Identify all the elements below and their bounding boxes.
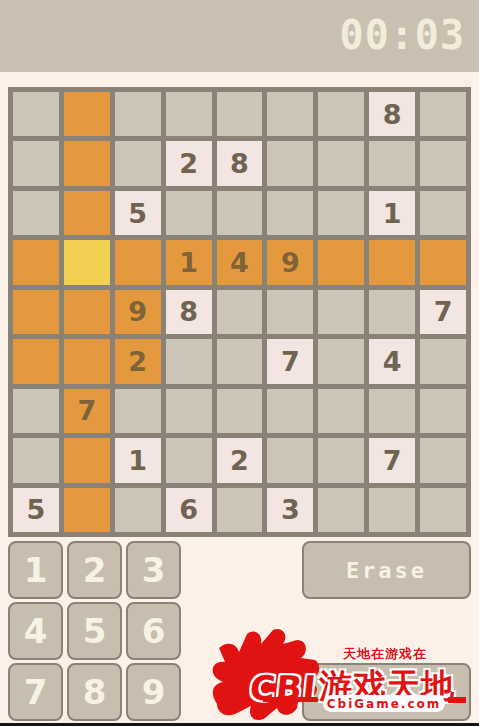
cell-r5c6[interactable]	[267, 290, 313, 334]
cell-r2c7[interactable]	[318, 141, 364, 185]
cell-r2c4[interactable]: 2	[166, 141, 212, 185]
cell-r2c8[interactable]	[369, 141, 415, 185]
cell-r9c1[interactable]: 5	[13, 488, 59, 532]
watermark-tagline: 天地在游戏在	[343, 645, 427, 663]
cell-r4c7[interactable]	[318, 240, 364, 284]
cell-r4c1[interactable]	[13, 240, 59, 284]
cell-r2c6[interactable]	[267, 141, 313, 185]
cell-r3c8[interactable]: 1	[369, 191, 415, 235]
cell-r5c1[interactable]	[13, 290, 59, 334]
cell-r6c2[interactable]	[64, 339, 110, 383]
cell-r8c3[interactable]: 1	[115, 438, 161, 482]
cell-r6c5[interactable]	[217, 339, 263, 383]
cell-r7c1[interactable]	[13, 389, 59, 433]
cell-r2c3[interactable]	[115, 141, 161, 185]
cell-r4c3[interactable]	[115, 240, 161, 284]
cell-r8c5[interactable]: 2	[217, 438, 263, 482]
cell-r8c8[interactable]: 7	[369, 438, 415, 482]
numpad: 1 2 3 4 5 6 7 8 9	[8, 541, 181, 721]
cell-r5c5[interactable]	[217, 290, 263, 334]
cell-r6c7[interactable]	[318, 339, 364, 383]
header: 00:03	[0, 0, 479, 72]
cell-r8c9[interactable]	[420, 438, 466, 482]
cell-r6c3[interactable]: 2	[115, 339, 161, 383]
cell-r8c4[interactable]	[166, 438, 212, 482]
cell-r6c4[interactable]	[166, 339, 212, 383]
cell-r7c9[interactable]	[420, 389, 466, 433]
cell-r1c2[interactable]	[64, 92, 110, 136]
cell-r4c8[interactable]	[369, 240, 415, 284]
cell-r5c4[interactable]: 8	[166, 290, 212, 334]
cell-r7c2[interactable]: 7	[64, 389, 110, 433]
cell-r1c7[interactable]	[318, 92, 364, 136]
cell-r9c5[interactable]	[217, 488, 263, 532]
cell-r9c6[interactable]: 3	[267, 488, 313, 532]
cell-r3c4[interactable]	[166, 191, 212, 235]
cell-r7c3[interactable]	[115, 389, 161, 433]
cell-r8c7[interactable]	[318, 438, 364, 482]
numpad-key-5[interactable]: 5	[67, 602, 122, 660]
cell-r6c9[interactable]	[420, 339, 466, 383]
cell-r8c2[interactable]	[64, 438, 110, 482]
cell-r4c2[interactable]	[64, 240, 110, 284]
cell-r1c8[interactable]: 8	[369, 92, 415, 136]
cell-r3c7[interactable]	[318, 191, 364, 235]
cell-r3c9[interactable]	[420, 191, 466, 235]
cell-r5c7[interactable]	[318, 290, 364, 334]
cell-r2c1[interactable]	[13, 141, 59, 185]
cell-r4c9[interactable]	[420, 240, 466, 284]
cell-r7c6[interactable]	[267, 389, 313, 433]
erase-button[interactable]: Erase	[302, 541, 471, 599]
numpad-key-9[interactable]: 9	[126, 663, 181, 721]
cell-r2c5[interactable]: 8	[217, 141, 263, 185]
cell-r7c7[interactable]	[318, 389, 364, 433]
cell-r8c1[interactable]	[13, 438, 59, 482]
cell-r5c8[interactable]	[369, 290, 415, 334]
cell-r5c3[interactable]: 9	[115, 290, 161, 334]
cell-r9c9[interactable]	[420, 488, 466, 532]
cell-r1c3[interactable]	[115, 92, 161, 136]
sudoku-board: 828511499872747127563	[8, 87, 471, 537]
cell-r7c8[interactable]	[369, 389, 415, 433]
cell-r8c6[interactable]	[267, 438, 313, 482]
cell-r1c9[interactable]	[420, 92, 466, 136]
numpad-key-7[interactable]: 7	[8, 663, 63, 721]
cell-r5c2[interactable]	[64, 290, 110, 334]
cell-r2c2[interactable]	[64, 141, 110, 185]
cell-r9c2[interactable]	[64, 488, 110, 532]
cell-r5c9[interactable]: 7	[420, 290, 466, 334]
cell-r6c6[interactable]: 7	[267, 339, 313, 383]
cell-r9c4[interactable]: 6	[166, 488, 212, 532]
cell-r3c3[interactable]: 5	[115, 191, 161, 235]
numpad-key-1[interactable]: 1	[8, 541, 63, 599]
timer: 00:03	[340, 12, 465, 58]
cell-r9c7[interactable]	[318, 488, 364, 532]
covered-button[interactable]	[302, 663, 471, 721]
cell-r3c5[interactable]	[217, 191, 263, 235]
cell-r9c3[interactable]	[115, 488, 161, 532]
cell-r4c6[interactable]: 9	[267, 240, 313, 284]
cell-r3c1[interactable]	[13, 191, 59, 235]
numpad-key-8[interactable]: 8	[67, 663, 122, 721]
cell-r3c2[interactable]	[64, 191, 110, 235]
cell-r2c9[interactable]	[420, 141, 466, 185]
cell-r7c4[interactable]	[166, 389, 212, 433]
cell-r3c6[interactable]	[267, 191, 313, 235]
numpad-key-3[interactable]: 3	[126, 541, 181, 599]
sudoku-app: 00:03 828511499872747127563 1 2 3 4 5 6 …	[0, 0, 479, 726]
numpad-key-4[interactable]: 4	[8, 602, 63, 660]
cell-r1c6[interactable]	[267, 92, 313, 136]
cell-r6c8[interactable]: 4	[369, 339, 415, 383]
cell-r4c5[interactable]: 4	[217, 240, 263, 284]
cell-r1c4[interactable]	[166, 92, 212, 136]
numpad-key-2[interactable]: 2	[67, 541, 122, 599]
cell-r1c1[interactable]	[13, 92, 59, 136]
cell-r6c1[interactable]	[13, 339, 59, 383]
cell-r1c5[interactable]	[217, 92, 263, 136]
numpad-key-6[interactable]: 6	[126, 602, 181, 660]
cell-r7c5[interactable]	[217, 389, 263, 433]
cell-r4c4[interactable]: 1	[166, 240, 212, 284]
cell-r9c8[interactable]	[369, 488, 415, 532]
